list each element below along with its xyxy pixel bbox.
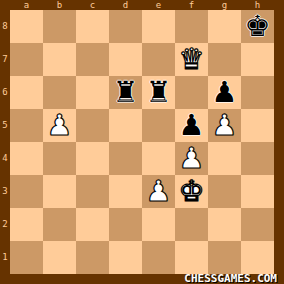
square-c7[interactable]	[76, 43, 109, 76]
white-pawn-piece: ♟	[146, 175, 172, 208]
square-d3[interactable]	[109, 175, 142, 208]
square-c6[interactable]	[76, 76, 109, 109]
square-c4[interactable]	[76, 142, 109, 175]
square-c5[interactable]	[76, 109, 109, 142]
square-d8[interactable]	[109, 10, 142, 43]
square-b5[interactable]: ♟	[43, 109, 76, 142]
square-e2[interactable]	[142, 208, 175, 241]
square-c8[interactable]	[76, 10, 109, 43]
board: ♚♛♜♜♟♟♟♟♟♟♚	[10, 10, 274, 274]
square-h8[interactable]: ♚	[241, 10, 274, 43]
square-d5[interactable]	[109, 109, 142, 142]
file-label-a: a	[10, 0, 43, 10]
square-g8[interactable]	[208, 10, 241, 43]
rank-label-3: 3	[0, 175, 10, 208]
square-g4[interactable]	[208, 142, 241, 175]
square-c3[interactable]	[76, 175, 109, 208]
file-labels: abcdefgh	[10, 0, 274, 10]
square-b1[interactable]	[43, 241, 76, 274]
rank-label-1: 1	[0, 241, 10, 274]
file-label-d: d	[109, 0, 142, 10]
square-d2[interactable]	[109, 208, 142, 241]
square-h3[interactable]	[241, 175, 274, 208]
file-label-g: g	[208, 0, 241, 10]
square-a1[interactable]	[10, 241, 43, 274]
square-g2[interactable]	[208, 208, 241, 241]
square-g6[interactable]: ♟	[208, 76, 241, 109]
square-b3[interactable]	[43, 175, 76, 208]
square-a6[interactable]	[10, 76, 43, 109]
square-e6[interactable]: ♜	[142, 76, 175, 109]
square-f6[interactable]	[175, 76, 208, 109]
square-c1[interactable]	[76, 241, 109, 274]
square-h5[interactable]	[241, 109, 274, 142]
square-d7[interactable]	[109, 43, 142, 76]
square-g1[interactable]	[208, 241, 241, 274]
square-h1[interactable]	[241, 241, 274, 274]
square-a4[interactable]	[10, 142, 43, 175]
square-a2[interactable]	[10, 208, 43, 241]
square-h6[interactable]	[241, 76, 274, 109]
rank-label-7: 7	[0, 43, 10, 76]
chess-board-diagram: abcdefgh 87654321 ♚♛♜♜♟♟♟♟♟♟♚ CHESSGAMES…	[0, 0, 284, 284]
file-label-h: h	[241, 0, 274, 10]
black-pawn-piece: ♟	[212, 76, 238, 109]
square-a3[interactable]	[10, 175, 43, 208]
black-rook-piece: ♜	[113, 76, 139, 109]
square-e7[interactable]	[142, 43, 175, 76]
square-d6[interactable]: ♜	[109, 76, 142, 109]
square-b6[interactable]	[43, 76, 76, 109]
square-a8[interactable]	[10, 10, 43, 43]
black-pawn-piece: ♟	[179, 109, 205, 142]
square-h7[interactable]	[241, 43, 274, 76]
square-b4[interactable]	[43, 142, 76, 175]
square-h2[interactable]	[241, 208, 274, 241]
square-f7[interactable]: ♛	[175, 43, 208, 76]
square-c2[interactable]	[76, 208, 109, 241]
rank-labels: 87654321	[0, 10, 10, 274]
square-e3[interactable]: ♟	[142, 175, 175, 208]
square-f4[interactable]: ♟	[175, 142, 208, 175]
file-label-c: c	[76, 0, 109, 10]
square-h4[interactable]	[241, 142, 274, 175]
rank-label-5: 5	[0, 109, 10, 142]
square-g5[interactable]: ♟	[208, 109, 241, 142]
rank-label-4: 4	[0, 142, 10, 175]
file-label-e: e	[142, 0, 175, 10]
square-a5[interactable]	[10, 109, 43, 142]
rank-label-8: 8	[0, 10, 10, 43]
square-f2[interactable]	[175, 208, 208, 241]
white-pawn-piece: ♟	[212, 109, 238, 142]
white-pawn-piece: ♟	[179, 142, 205, 175]
white-king-piece: ♚	[179, 175, 205, 208]
square-f1[interactable]	[175, 241, 208, 274]
site-brand: CHESSGAMES.COM	[184, 274, 284, 284]
white-pawn-piece: ♟	[47, 109, 73, 142]
square-b7[interactable]	[43, 43, 76, 76]
square-d4[interactable]	[109, 142, 142, 175]
white-queen-piece: ♛	[179, 43, 205, 76]
square-d1[interactable]	[109, 241, 142, 274]
square-f8[interactable]	[175, 10, 208, 43]
square-a7[interactable]	[10, 43, 43, 76]
square-f3[interactable]: ♚	[175, 175, 208, 208]
file-label-b: b	[43, 0, 76, 10]
rank-label-2: 2	[0, 208, 10, 241]
square-b2[interactable]	[43, 208, 76, 241]
file-label-f: f	[175, 0, 208, 10]
square-e1[interactable]	[142, 241, 175, 274]
square-e5[interactable]	[142, 109, 175, 142]
square-f5[interactable]: ♟	[175, 109, 208, 142]
rank-label-6: 6	[0, 76, 10, 109]
square-e8[interactable]	[142, 10, 175, 43]
square-e4[interactable]	[142, 142, 175, 175]
square-g7[interactable]	[208, 43, 241, 76]
footer-bar: CHESSGAMES.COM	[0, 274, 284, 284]
black-king-piece: ♚	[245, 10, 271, 43]
square-g3[interactable]	[208, 175, 241, 208]
square-b8[interactable]	[43, 10, 76, 43]
black-rook-piece: ♜	[146, 76, 172, 109]
